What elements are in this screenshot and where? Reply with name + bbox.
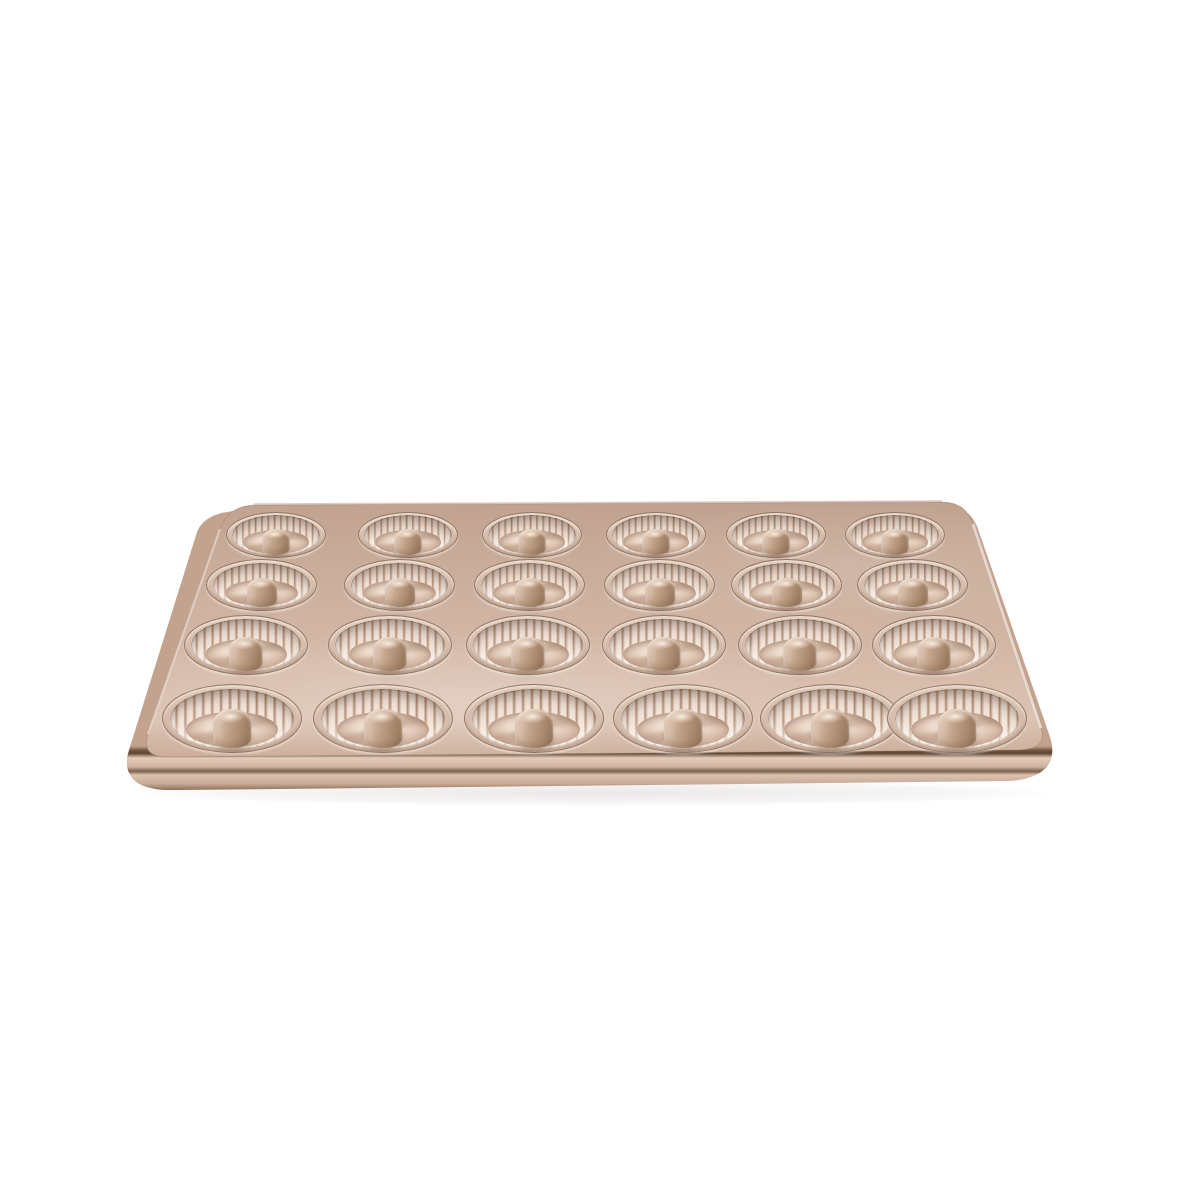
cavity-r2-c2 — [344, 559, 455, 611]
center-post — [811, 708, 850, 748]
cavity-r3-c5 — [738, 615, 862, 675]
center-post — [897, 577, 928, 607]
center-post — [938, 708, 977, 748]
cavity-r1-c3 — [482, 512, 582, 558]
cavity-r4-c4 — [613, 684, 753, 753]
center-post — [644, 577, 675, 607]
cavity-r2-c3 — [474, 559, 585, 611]
cavity-r3-c3 — [466, 615, 590, 675]
cavity-r3-c4 — [602, 615, 726, 675]
cavity-r3-c6 — [872, 615, 996, 675]
cavity-r2-c1 — [206, 559, 317, 611]
center-post — [514, 577, 545, 607]
cavity-r1-c5 — [726, 512, 826, 558]
center-post — [642, 528, 670, 554]
center-post — [394, 528, 422, 554]
center-post — [771, 577, 802, 607]
center-post — [762, 528, 790, 554]
cavity-r1-c1 — [226, 512, 326, 558]
cavity-r4-c5 — [760, 684, 900, 753]
cavity-r3-c1 — [184, 615, 308, 675]
center-post — [229, 636, 263, 670]
cavity-r2-c4 — [604, 559, 715, 611]
center-post — [518, 528, 546, 554]
center-post — [262, 528, 290, 554]
cavity-r2-c5 — [731, 559, 842, 611]
cavity-r4-c2 — [313, 684, 453, 753]
pan-body — [0, 0, 1200, 1200]
cavity-r1-c6 — [845, 512, 945, 558]
center-post — [515, 708, 554, 748]
cavity-r1-c2 — [358, 512, 458, 558]
cavity-r4-c1 — [162, 684, 302, 753]
center-post — [647, 636, 681, 670]
center-post — [384, 577, 415, 607]
cavity-r4-c3 — [464, 684, 604, 753]
center-post — [664, 708, 703, 748]
cavity-r3-c2 — [328, 615, 452, 675]
center-post — [917, 636, 951, 670]
product-photo — [0, 0, 1200, 1200]
center-post — [364, 708, 403, 748]
cavity-r1-c4 — [606, 512, 706, 558]
center-post — [511, 636, 545, 670]
center-post — [881, 528, 909, 554]
center-post — [783, 636, 817, 670]
cavity-r4-c6 — [887, 684, 1027, 753]
center-post — [213, 708, 252, 748]
cavity-r2-c6 — [857, 559, 968, 611]
center-post — [246, 577, 277, 607]
center-post — [373, 636, 407, 670]
